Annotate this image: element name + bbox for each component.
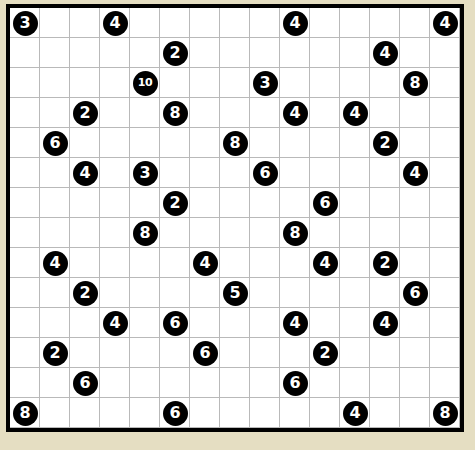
- empty-cell[interactable]: [220, 308, 250, 338]
- empty-cell[interactable]: [310, 68, 340, 98]
- empty-cell[interactable]: [10, 308, 40, 338]
- empty-cell[interactable]: [370, 188, 400, 218]
- clue-cell[interactable]: 6: [310, 188, 340, 218]
- clue-cell[interactable]: 8: [220, 128, 250, 158]
- empty-cell[interactable]: [310, 38, 340, 68]
- empty-cell[interactable]: [10, 368, 40, 398]
- empty-cell[interactable]: [280, 128, 310, 158]
- empty-cell[interactable]: [130, 398, 160, 428]
- clue-circle: 8: [133, 221, 158, 246]
- empty-cell[interactable]: [70, 398, 100, 428]
- clue-cell[interactable]: 4: [280, 308, 310, 338]
- empty-cell[interactable]: [40, 278, 70, 308]
- empty-cell[interactable]: [160, 218, 190, 248]
- empty-cell[interactable]: [10, 338, 40, 368]
- clue-circle: 6: [43, 131, 68, 156]
- clue-cell[interactable]: 3: [10, 8, 40, 38]
- clue-circle: 6: [313, 191, 338, 216]
- empty-cell[interactable]: [100, 248, 130, 278]
- empty-cell[interactable]: [340, 68, 370, 98]
- clue-cell[interactable]: 8: [280, 218, 310, 248]
- clue-circle: 4: [193, 251, 218, 276]
- empty-cell[interactable]: [160, 128, 190, 158]
- empty-cell[interactable]: [250, 38, 280, 68]
- empty-cell[interactable]: [220, 248, 250, 278]
- empty-cell[interactable]: [190, 368, 220, 398]
- clue-cell[interactable]: 4: [370, 308, 400, 338]
- clue-circle: 4: [283, 11, 308, 36]
- clue-cell[interactable]: 6: [160, 308, 190, 338]
- empty-cell[interactable]: [370, 218, 400, 248]
- clue-cell[interactable]: 4: [280, 98, 310, 128]
- empty-cell[interactable]: [250, 8, 280, 38]
- clue-cell[interactable]: 2: [160, 188, 190, 218]
- clue-cell[interactable]: 8: [400, 68, 430, 98]
- clue-circle: 2: [313, 341, 338, 366]
- empty-cell[interactable]: [220, 368, 250, 398]
- empty-cell[interactable]: [190, 128, 220, 158]
- empty-cell[interactable]: [340, 128, 370, 158]
- empty-cell[interactable]: [430, 188, 460, 218]
- clue-circle: 4: [43, 251, 68, 276]
- clue-cell[interactable]: 2: [70, 278, 100, 308]
- empty-cell[interactable]: [100, 68, 130, 98]
- empty-cell[interactable]: [40, 68, 70, 98]
- clue-circle: 2: [163, 191, 188, 216]
- clue-circle: 3: [253, 71, 278, 96]
- clue-cell[interactable]: 8: [10, 398, 40, 428]
- clue-circle: 3: [133, 161, 158, 186]
- empty-cell[interactable]: [400, 338, 430, 368]
- empty-cell[interactable]: [190, 8, 220, 38]
- clue-circle: 6: [193, 341, 218, 366]
- empty-cell[interactable]: [130, 38, 160, 68]
- empty-cell[interactable]: [370, 368, 400, 398]
- empty-cell[interactable]: [370, 8, 400, 38]
- clue-circle: 6: [403, 281, 428, 306]
- clue-cell[interactable]: 4: [280, 8, 310, 38]
- empty-cell[interactable]: [10, 248, 40, 278]
- empty-cell[interactable]: [70, 128, 100, 158]
- empty-cell[interactable]: [220, 68, 250, 98]
- empty-cell[interactable]: [220, 338, 250, 368]
- empty-cell[interactable]: [220, 158, 250, 188]
- clue-cell[interactable]: 6: [400, 278, 430, 308]
- empty-cell[interactable]: [280, 398, 310, 428]
- empty-cell[interactable]: [280, 38, 310, 68]
- clue-cell[interactable]: 2: [370, 248, 400, 278]
- empty-cell[interactable]: [100, 98, 130, 128]
- empty-cell[interactable]: [340, 158, 370, 188]
- clue-circle: 2: [373, 131, 398, 156]
- empty-cell[interactable]: [190, 188, 220, 218]
- empty-cell[interactable]: [340, 248, 370, 278]
- empty-cell[interactable]: [100, 218, 130, 248]
- clue-circle: 6: [283, 371, 308, 396]
- empty-cell[interactable]: [70, 248, 100, 278]
- empty-cell[interactable]: [340, 218, 370, 248]
- empty-cell[interactable]: [310, 368, 340, 398]
- clue-cell[interactable]: 2: [70, 98, 100, 128]
- empty-cell[interactable]: [100, 338, 130, 368]
- empty-cell[interactable]: [10, 38, 40, 68]
- clue-cell[interactable]: 2: [370, 128, 400, 158]
- empty-cell[interactable]: [220, 188, 250, 218]
- empty-cell[interactable]: [100, 128, 130, 158]
- clue-circle: 4: [403, 161, 428, 186]
- clue-circle: 4: [373, 41, 398, 66]
- empty-cell[interactable]: [370, 68, 400, 98]
- clue-cell[interactable]: 8: [430, 398, 460, 428]
- clue-cell[interactable]: 6: [280, 368, 310, 398]
- empty-cell[interactable]: [400, 308, 430, 338]
- empty-cell[interactable]: [130, 248, 160, 278]
- clue-circle: 4: [433, 11, 458, 36]
- empty-cell[interactable]: [70, 188, 100, 218]
- empty-cell[interactable]: [130, 368, 160, 398]
- clue-cell[interactable]: 4: [190, 248, 220, 278]
- clue-cell[interactable]: 4: [310, 248, 340, 278]
- empty-cell[interactable]: [430, 128, 460, 158]
- empty-cell[interactable]: [160, 338, 190, 368]
- empty-cell[interactable]: [400, 188, 430, 218]
- clue-circle: 8: [223, 131, 248, 156]
- clue-circle: 8: [403, 71, 428, 96]
- clue-circle: 2: [163, 41, 188, 66]
- empty-cell[interactable]: [40, 188, 70, 218]
- clue-cell[interactable]: 2: [160, 38, 190, 68]
- clue-circle: 4: [103, 11, 128, 36]
- empty-cell[interactable]: [10, 98, 40, 128]
- clue-circle: 4: [373, 311, 398, 336]
- empty-cell[interactable]: [340, 338, 370, 368]
- clue-circle: 8: [13, 401, 38, 426]
- empty-cell[interactable]: [430, 68, 460, 98]
- empty-cell[interactable]: [130, 338, 160, 368]
- empty-cell[interactable]: [250, 308, 280, 338]
- empty-cell[interactable]: [250, 248, 280, 278]
- empty-cell[interactable]: [190, 38, 220, 68]
- empty-cell[interactable]: [10, 128, 40, 158]
- empty-cell[interactable]: [130, 308, 160, 338]
- clue-cell[interactable]: 3: [130, 158, 160, 188]
- empty-cell[interactable]: [40, 8, 70, 38]
- empty-cell[interactable]: [10, 278, 40, 308]
- empty-cell[interactable]: [400, 368, 430, 398]
- empty-cell[interactable]: [130, 8, 160, 38]
- clue-circle: 4: [283, 311, 308, 336]
- empty-cell[interactable]: [310, 278, 340, 308]
- empty-cell[interactable]: [130, 188, 160, 218]
- empty-cell[interactable]: [190, 158, 220, 188]
- clue-circle: 6: [163, 401, 188, 426]
- empty-cell[interactable]: [280, 338, 310, 368]
- empty-cell[interactable]: [100, 278, 130, 308]
- clue-cell[interactable]: 4: [340, 98, 370, 128]
- clue-circle: 6: [163, 311, 188, 336]
- empty-cell[interactable]: [70, 218, 100, 248]
- clue-cell[interactable]: 3: [250, 68, 280, 98]
- empty-cell[interactable]: [160, 68, 190, 98]
- empty-cell[interactable]: [340, 8, 370, 38]
- empty-cell[interactable]: [310, 98, 340, 128]
- empty-cell[interactable]: [430, 308, 460, 338]
- empty-cell[interactable]: [220, 38, 250, 68]
- empty-cell[interactable]: [70, 68, 100, 98]
- empty-cell[interactable]: [100, 188, 130, 218]
- empty-cell[interactable]: [40, 218, 70, 248]
- clue-cell[interactable]: 4: [370, 38, 400, 68]
- empty-cell[interactable]: [400, 38, 430, 68]
- empty-cell[interactable]: [430, 158, 460, 188]
- empty-cell[interactable]: [430, 218, 460, 248]
- empty-cell[interactable]: [370, 398, 400, 428]
- clue-circle: 6: [73, 371, 98, 396]
- empty-cell[interactable]: [340, 278, 370, 308]
- empty-cell[interactable]: [220, 218, 250, 248]
- clue-cell[interactable]: 8: [160, 98, 190, 128]
- empty-cell[interactable]: [130, 278, 160, 308]
- puzzle-board: 3444241038284468243642688444225646442626…: [6, 4, 464, 432]
- clue-circle: 4: [73, 161, 98, 186]
- clue-cell[interactable]: 6: [250, 158, 280, 188]
- board-grid: 3444241038284468243642688444225646442626…: [10, 8, 460, 428]
- empty-cell[interactable]: [10, 218, 40, 248]
- clue-cell[interactable]: 4: [40, 248, 70, 278]
- empty-cell[interactable]: [400, 398, 430, 428]
- clue-cell[interactable]: 5: [220, 278, 250, 308]
- empty-cell[interactable]: [340, 188, 370, 218]
- empty-cell[interactable]: [250, 278, 280, 308]
- empty-cell[interactable]: [70, 308, 100, 338]
- empty-cell[interactable]: [190, 218, 220, 248]
- clue-circle: 4: [283, 101, 308, 126]
- empty-cell[interactable]: [400, 8, 430, 38]
- clue-circle: 8: [433, 401, 458, 426]
- empty-cell[interactable]: [310, 128, 340, 158]
- empty-cell[interactable]: [430, 38, 460, 68]
- empty-cell[interactable]: [70, 338, 100, 368]
- empty-cell[interactable]: [40, 368, 70, 398]
- empty-cell[interactable]: [250, 368, 280, 398]
- clue-cell[interactable]: 4: [430, 8, 460, 38]
- clue-cell[interactable]: 4: [100, 308, 130, 338]
- empty-cell[interactable]: [130, 128, 160, 158]
- clue-cell[interactable]: 4: [340, 398, 370, 428]
- empty-cell[interactable]: [40, 308, 70, 338]
- empty-cell[interactable]: [100, 158, 130, 188]
- clue-circle: 3: [13, 11, 38, 36]
- clue-circle: 4: [343, 101, 368, 126]
- clue-cell[interactable]: 10: [130, 68, 160, 98]
- empty-cell[interactable]: [160, 158, 190, 188]
- empty-cell[interactable]: [190, 398, 220, 428]
- empty-cell[interactable]: [400, 98, 430, 128]
- empty-cell[interactable]: [160, 8, 190, 38]
- empty-cell[interactable]: [400, 218, 430, 248]
- empty-cell[interactable]: [430, 248, 460, 278]
- empty-cell[interactable]: [310, 398, 340, 428]
- empty-cell[interactable]: [10, 68, 40, 98]
- clue-cell[interactable]: 2: [40, 338, 70, 368]
- empty-cell[interactable]: [190, 68, 220, 98]
- clue-cell[interactable]: 4: [70, 158, 100, 188]
- empty-cell[interactable]: [310, 8, 340, 38]
- empty-cell[interactable]: [70, 38, 100, 68]
- empty-cell[interactable]: [280, 278, 310, 308]
- empty-cell[interactable]: [370, 278, 400, 308]
- empty-cell[interactable]: [370, 158, 400, 188]
- empty-cell[interactable]: [220, 398, 250, 428]
- empty-cell[interactable]: [250, 338, 280, 368]
- clue-circle: 8: [283, 221, 308, 246]
- empty-cell[interactable]: [40, 38, 70, 68]
- empty-cell[interactable]: [130, 98, 160, 128]
- empty-cell[interactable]: [40, 158, 70, 188]
- empty-cell[interactable]: [250, 188, 280, 218]
- empty-cell[interactable]: [250, 398, 280, 428]
- clue-cell[interactable]: 4: [400, 158, 430, 188]
- clue-cell[interactable]: 8: [130, 218, 160, 248]
- empty-cell[interactable]: [430, 368, 460, 398]
- empty-cell[interactable]: [10, 158, 40, 188]
- clue-cell[interactable]: 2: [310, 338, 340, 368]
- empty-cell[interactable]: [100, 38, 130, 68]
- clue-circle: 8: [163, 101, 188, 126]
- empty-cell[interactable]: [160, 368, 190, 398]
- empty-cell[interactable]: [280, 248, 310, 278]
- clue-circle: 6: [253, 161, 278, 186]
- empty-cell[interactable]: [250, 98, 280, 128]
- empty-cell[interactable]: [310, 308, 340, 338]
- empty-cell[interactable]: [40, 398, 70, 428]
- clue-cell[interactable]: 6: [70, 368, 100, 398]
- empty-cell[interactable]: [370, 98, 400, 128]
- clue-cell[interactable]: 6: [160, 398, 190, 428]
- clue-cell[interactable]: 6: [40, 128, 70, 158]
- empty-cell[interactable]: [280, 188, 310, 218]
- empty-cell[interactable]: [370, 338, 400, 368]
- clue-cell[interactable]: 4: [100, 8, 130, 38]
- empty-cell[interactable]: [400, 128, 430, 158]
- clue-circle: 2: [73, 281, 98, 306]
- empty-cell[interactable]: [160, 278, 190, 308]
- empty-cell[interactable]: [340, 308, 370, 338]
- clue-circle: 10: [133, 71, 158, 96]
- empty-cell[interactable]: [190, 278, 220, 308]
- empty-cell[interactable]: [100, 398, 130, 428]
- empty-cell[interactable]: [190, 98, 220, 128]
- empty-cell[interactable]: [160, 248, 190, 278]
- empty-cell[interactable]: [340, 368, 370, 398]
- empty-cell[interactable]: [220, 8, 250, 38]
- empty-cell[interactable]: [190, 308, 220, 338]
- empty-cell[interactable]: [310, 158, 340, 188]
- clue-circle: 2: [43, 341, 68, 366]
- empty-cell[interactable]: [430, 278, 460, 308]
- empty-cell[interactable]: [10, 188, 40, 218]
- empty-cell[interactable]: [280, 158, 310, 188]
- empty-cell[interactable]: [400, 248, 430, 278]
- empty-cell[interactable]: [220, 98, 250, 128]
- clue-circle: 4: [313, 251, 338, 276]
- empty-cell[interactable]: [100, 368, 130, 398]
- clue-circle: 5: [223, 281, 248, 306]
- clue-circle: 4: [343, 401, 368, 426]
- clue-circle: 4: [103, 311, 128, 336]
- empty-cell[interactable]: [430, 338, 460, 368]
- clue-circle: 2: [373, 251, 398, 276]
- empty-cell[interactable]: [340, 38, 370, 68]
- empty-cell[interactable]: [250, 128, 280, 158]
- empty-cell[interactable]: [280, 68, 310, 98]
- clue-circle: 2: [73, 101, 98, 126]
- empty-cell[interactable]: [430, 98, 460, 128]
- empty-cell[interactable]: [250, 218, 280, 248]
- empty-cell[interactable]: [40, 98, 70, 128]
- clue-cell[interactable]: 6: [190, 338, 220, 368]
- empty-cell[interactable]: [310, 218, 340, 248]
- empty-cell[interactable]: [70, 8, 100, 38]
